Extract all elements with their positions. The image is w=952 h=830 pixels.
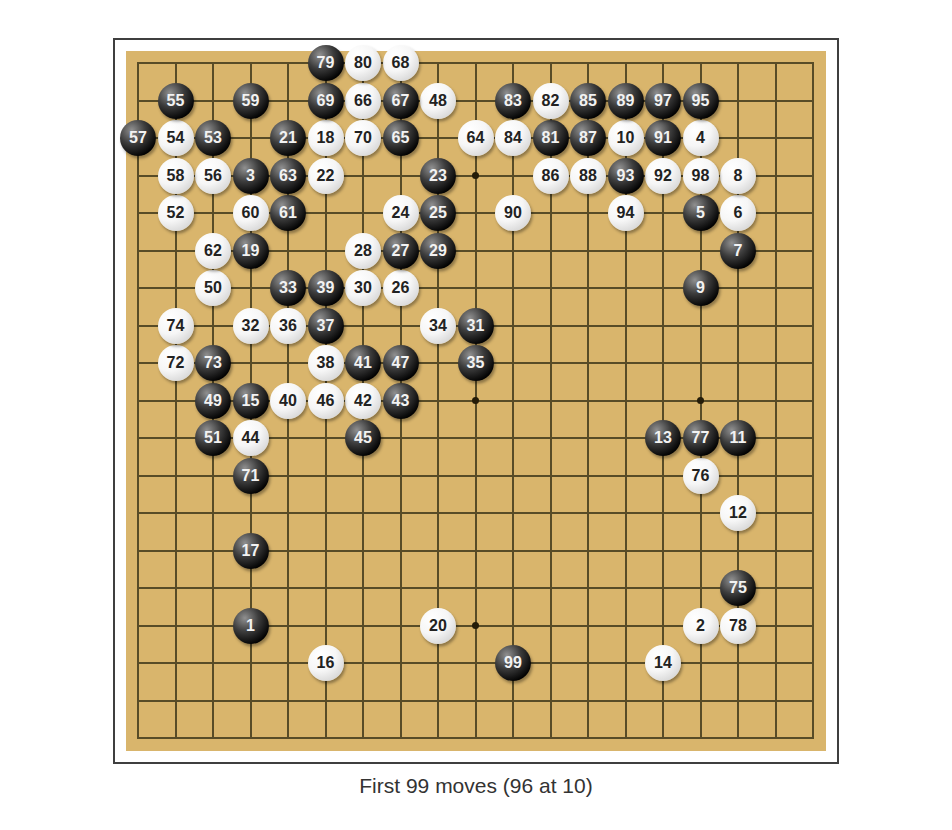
black-stone-63[interactable]: 63 (270, 158, 306, 194)
move-number: 54 (167, 129, 185, 147)
white-stone-92[interactable]: 92 (645, 158, 681, 194)
move-number: 5 (696, 204, 705, 222)
black-stone-29[interactable]: 29 (420, 233, 456, 269)
move-number: 22 (317, 167, 335, 185)
move-number: 61 (279, 204, 297, 222)
black-stone-37[interactable]: 37 (308, 308, 344, 344)
black-stone-55[interactable]: 55 (158, 83, 194, 119)
move-number: 87 (579, 129, 597, 147)
white-stone-58[interactable]: 58 (158, 158, 194, 194)
black-stone-41[interactable]: 41 (345, 345, 381, 381)
white-stone-56[interactable]: 56 (195, 158, 231, 194)
black-stone-65[interactable]: 65 (383, 120, 419, 156)
move-number: 63 (279, 167, 297, 185)
white-stone-90[interactable]: 90 (495, 195, 531, 231)
move-number: 31 (467, 317, 485, 335)
move-number: 98 (692, 167, 710, 185)
move-number: 8 (734, 167, 743, 185)
black-stone-69[interactable]: 69 (308, 83, 344, 119)
black-stone-77[interactable]: 77 (683, 420, 719, 456)
black-stone-51[interactable]: 51 (195, 420, 231, 456)
white-stone-4[interactable]: 4 (683, 120, 719, 156)
black-stone-43[interactable]: 43 (383, 383, 419, 419)
diagram-caption: First 99 moves (96 at 10) (113, 774, 839, 798)
move-number: 71 (242, 467, 260, 485)
black-stone-17[interactable]: 17 (233, 533, 269, 569)
white-stone-14[interactable]: 14 (645, 645, 681, 681)
black-stone-91[interactable]: 91 (645, 120, 681, 156)
move-number: 26 (392, 279, 410, 297)
white-stone-20[interactable]: 20 (420, 608, 456, 644)
move-number: 3 (246, 167, 255, 185)
move-number: 4 (696, 129, 705, 147)
white-stone-26[interactable]: 26 (383, 270, 419, 306)
white-stone-86[interactable]: 86 (533, 158, 569, 194)
move-number: 34 (429, 317, 447, 335)
move-number: 79 (317, 54, 335, 72)
move-number: 80 (354, 54, 372, 72)
white-stone-16[interactable]: 16 (308, 645, 344, 681)
move-number: 77 (692, 429, 710, 447)
move-number: 90 (504, 204, 522, 222)
white-stone-62[interactable]: 62 (195, 233, 231, 269)
white-stone-18[interactable]: 18 (308, 120, 344, 156)
white-stone-40[interactable]: 40 (270, 383, 306, 419)
white-stone-70[interactable]: 70 (345, 120, 381, 156)
move-number: 41 (354, 354, 372, 372)
black-stone-89[interactable]: 89 (608, 83, 644, 119)
move-number: 19 (242, 242, 260, 260)
white-stone-12[interactable]: 12 (720, 495, 756, 531)
move-number: 68 (392, 54, 410, 72)
white-stone-74[interactable]: 74 (158, 308, 194, 344)
black-stone-19[interactable]: 19 (233, 233, 269, 269)
move-number: 59 (242, 92, 260, 110)
move-number: 23 (429, 167, 447, 185)
move-number: 88 (579, 167, 597, 185)
move-number: 76 (692, 467, 710, 485)
black-stone-93[interactable]: 93 (608, 158, 644, 194)
white-stone-46[interactable]: 46 (308, 383, 344, 419)
move-number: 45 (354, 429, 372, 447)
move-number: 51 (204, 429, 222, 447)
move-number: 39 (317, 279, 335, 297)
black-stone-1[interactable]: 1 (233, 608, 269, 644)
black-stone-81[interactable]: 81 (533, 120, 569, 156)
black-stone-47[interactable]: 47 (383, 345, 419, 381)
white-stone-64[interactable]: 64 (458, 120, 494, 156)
move-number: 92 (654, 167, 672, 185)
move-number: 47 (392, 354, 410, 372)
black-stone-35[interactable]: 35 (458, 345, 494, 381)
move-number: 69 (317, 92, 335, 110)
move-number: 57 (129, 129, 147, 147)
move-number: 65 (392, 129, 410, 147)
white-stone-80[interactable]: 80 (345, 45, 381, 81)
black-stone-49[interactable]: 49 (195, 383, 231, 419)
black-stone-7[interactable]: 7 (720, 233, 756, 269)
white-stone-36[interactable]: 36 (270, 308, 306, 344)
move-number: 32 (242, 317, 260, 335)
black-stone-71[interactable]: 71 (233, 458, 269, 494)
move-number: 52 (167, 204, 185, 222)
move-number: 16 (317, 654, 335, 672)
black-stone-73[interactable]: 73 (195, 345, 231, 381)
move-number: 18 (317, 129, 335, 147)
move-number: 48 (429, 92, 447, 110)
move-number: 12 (729, 504, 747, 522)
move-number: 35 (467, 354, 485, 372)
move-number: 78 (729, 617, 747, 635)
move-number: 27 (392, 242, 410, 260)
black-stone-83[interactable]: 83 (495, 83, 531, 119)
move-number: 24 (392, 204, 410, 222)
black-stone-59[interactable]: 59 (233, 83, 269, 119)
black-stone-53[interactable]: 53 (195, 120, 231, 156)
black-stone-21[interactable]: 21 (270, 120, 306, 156)
move-number: 38 (317, 354, 335, 372)
white-stone-24[interactable]: 24 (383, 195, 419, 231)
move-number: 81 (542, 129, 560, 147)
move-number: 36 (279, 317, 297, 335)
move-number: 1 (246, 617, 255, 635)
move-number: 58 (167, 167, 185, 185)
white-stone-88[interactable]: 88 (570, 158, 606, 194)
move-number: 10 (617, 129, 635, 147)
move-number: 40 (279, 392, 297, 410)
move-number: 25 (429, 204, 447, 222)
move-number: 9 (696, 279, 705, 297)
black-stone-9[interactable]: 9 (683, 270, 719, 306)
black-stone-75[interactable]: 75 (720, 570, 756, 606)
move-number: 94 (617, 204, 635, 222)
move-number: 20 (429, 617, 447, 635)
move-number: 55 (167, 92, 185, 110)
move-number: 83 (504, 92, 522, 110)
move-number: 43 (392, 392, 410, 410)
white-stone-44[interactable]: 44 (233, 420, 269, 456)
white-stone-42[interactable]: 42 (345, 383, 381, 419)
black-stone-57[interactable]: 57 (120, 120, 156, 156)
white-stone-52[interactable]: 52 (158, 195, 194, 231)
white-stone-54[interactable]: 54 (158, 120, 194, 156)
move-number: 72 (167, 354, 185, 372)
white-stone-66[interactable]: 66 (345, 83, 381, 119)
move-number: 73 (204, 354, 222, 372)
board-frame: 1234567891011121314151617181920212223242… (113, 38, 839, 764)
white-stone-8[interactable]: 8 (720, 158, 756, 194)
black-stone-3[interactable]: 3 (233, 158, 269, 194)
move-number: 29 (429, 242, 447, 260)
move-number: 75 (729, 579, 747, 597)
stones-layer: 1234567891011121314151617181920212223242… (119, 44, 832, 757)
move-number: 86 (542, 167, 560, 185)
white-stone-94[interactable]: 94 (608, 195, 644, 231)
white-stone-50[interactable]: 50 (195, 270, 231, 306)
move-number: 62 (204, 242, 222, 260)
white-stone-30[interactable]: 30 (345, 270, 381, 306)
move-number: 14 (654, 654, 672, 672)
black-stone-61[interactable]: 61 (270, 195, 306, 231)
black-stone-5[interactable]: 5 (683, 195, 719, 231)
white-stone-32[interactable]: 32 (233, 308, 269, 344)
black-stone-85[interactable]: 85 (570, 83, 606, 119)
move-number: 60 (242, 204, 260, 222)
black-stone-33[interactable]: 33 (270, 270, 306, 306)
move-number: 28 (354, 242, 372, 260)
move-number: 46 (317, 392, 335, 410)
white-stone-78[interactable]: 78 (720, 608, 756, 644)
black-stone-39[interactable]: 39 (308, 270, 344, 306)
white-stone-82[interactable]: 82 (533, 83, 569, 119)
move-number: 33 (279, 279, 297, 297)
move-number: 74 (167, 317, 185, 335)
black-stone-45[interactable]: 45 (345, 420, 381, 456)
move-number: 99 (504, 654, 522, 672)
move-number: 2 (696, 617, 705, 635)
white-stone-28[interactable]: 28 (345, 233, 381, 269)
move-number: 37 (317, 317, 335, 335)
black-stone-25[interactable]: 25 (420, 195, 456, 231)
move-number: 17 (242, 542, 260, 560)
goban[interactable]: 1234567891011121314151617181920212223242… (126, 51, 826, 751)
move-number: 85 (579, 92, 597, 110)
move-number: 66 (354, 92, 372, 110)
white-stone-10[interactable]: 10 (608, 120, 644, 156)
move-number: 30 (354, 279, 372, 297)
move-number: 95 (692, 92, 710, 110)
white-stone-84[interactable]: 84 (495, 120, 531, 156)
white-stone-60[interactable]: 60 (233, 195, 269, 231)
move-number: 44 (242, 429, 260, 447)
move-number: 82 (542, 92, 560, 110)
white-stone-72[interactable]: 72 (158, 345, 194, 381)
white-stone-76[interactable]: 76 (683, 458, 719, 494)
white-stone-34[interactable]: 34 (420, 308, 456, 344)
move-number: 64 (467, 129, 485, 147)
move-number: 6 (734, 204, 743, 222)
black-stone-23[interactable]: 23 (420, 158, 456, 194)
move-number: 49 (204, 392, 222, 410)
move-number: 97 (654, 92, 672, 110)
move-number: 13 (654, 429, 672, 447)
black-stone-31[interactable]: 31 (458, 308, 494, 344)
move-number: 70 (354, 129, 372, 147)
black-stone-13[interactable]: 13 (645, 420, 681, 456)
white-stone-6[interactable]: 6 (720, 195, 756, 231)
move-number: 50 (204, 279, 222, 297)
black-stone-15[interactable]: 15 (233, 383, 269, 419)
move-number: 67 (392, 92, 410, 110)
move-number: 15 (242, 392, 260, 410)
move-number: 93 (617, 167, 635, 185)
move-number: 56 (204, 167, 222, 185)
black-stone-27[interactable]: 27 (383, 233, 419, 269)
white-stone-98[interactable]: 98 (683, 158, 719, 194)
white-stone-38[interactable]: 38 (308, 345, 344, 381)
white-stone-48[interactable]: 48 (420, 83, 456, 119)
move-number: 91 (654, 129, 672, 147)
black-stone-95[interactable]: 95 (683, 83, 719, 119)
move-number: 42 (354, 392, 372, 410)
black-stone-97[interactable]: 97 (645, 83, 681, 119)
white-stone-68[interactable]: 68 (383, 45, 419, 81)
move-number: 11 (730, 429, 747, 447)
black-stone-11[interactable]: 11 (720, 420, 756, 456)
move-number: 84 (504, 129, 522, 147)
black-stone-87[interactable]: 87 (570, 120, 606, 156)
white-stone-22[interactable]: 22 (308, 158, 344, 194)
move-number: 7 (734, 242, 743, 260)
black-stone-67[interactable]: 67 (383, 83, 419, 119)
black-stone-79[interactable]: 79 (308, 45, 344, 81)
white-stone-2[interactable]: 2 (683, 608, 719, 644)
black-stone-99[interactable]: 99 (495, 645, 531, 681)
move-number: 53 (204, 129, 222, 147)
move-number: 21 (279, 129, 297, 147)
move-number: 89 (617, 92, 635, 110)
